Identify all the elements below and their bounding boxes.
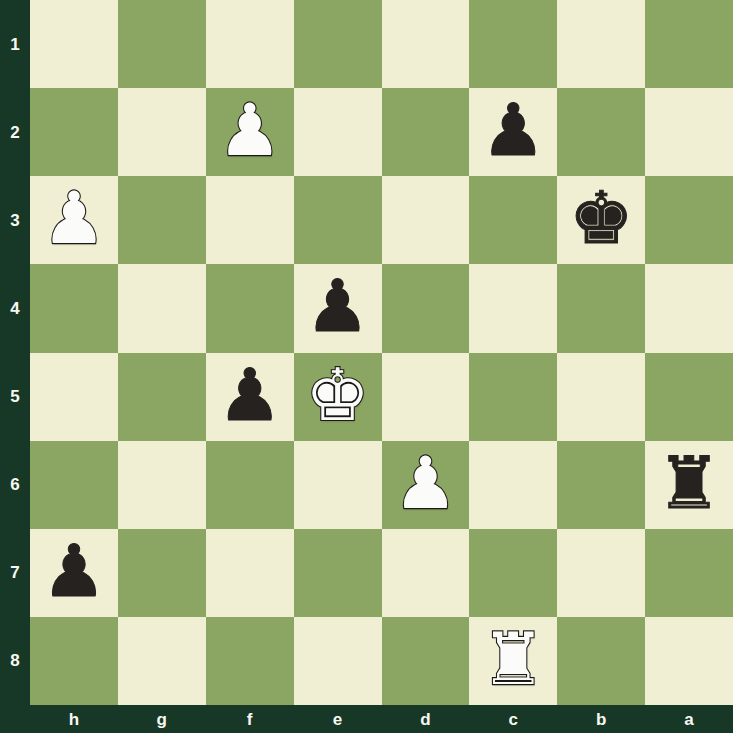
piece-white-pawn-h3[interactable]: ♟	[42, 182, 107, 254]
square-d3[interactable]	[382, 176, 470, 264]
file-label-c: c	[469, 705, 557, 733]
square-c6[interactable]	[469, 441, 557, 529]
square-b3[interactable]: ♚	[557, 176, 645, 264]
square-b2[interactable]	[557, 88, 645, 176]
square-e6[interactable]	[294, 441, 382, 529]
square-g7[interactable]	[118, 529, 206, 617]
square-a5[interactable]	[645, 353, 733, 441]
square-c7[interactable]	[469, 529, 557, 617]
square-b7[interactable]	[557, 529, 645, 617]
square-b5[interactable]	[557, 353, 645, 441]
piece-white-rook-c8[interactable]: ♜	[481, 623, 546, 695]
piece-white-pawn-f2[interactable]: ♟	[217, 94, 282, 166]
square-g5[interactable]	[118, 353, 206, 441]
square-d5[interactable]	[382, 353, 470, 441]
piece-black-rook-a6[interactable]: ♜	[657, 447, 722, 519]
square-b4[interactable]	[557, 264, 645, 352]
square-g8[interactable]	[118, 617, 206, 705]
piece-white-king-e5[interactable]: ♚	[305, 359, 370, 431]
file-label-a: a	[645, 705, 733, 733]
square-g1[interactable]	[118, 0, 206, 88]
square-g3[interactable]	[118, 176, 206, 264]
square-h7[interactable]: ♟	[30, 529, 118, 617]
square-h1[interactable]	[30, 0, 118, 88]
square-f4[interactable]	[206, 264, 294, 352]
square-f6[interactable]	[206, 441, 294, 529]
square-b6[interactable]	[557, 441, 645, 529]
file-label-h: h	[30, 705, 118, 733]
square-h3[interactable]: ♟	[30, 176, 118, 264]
rank-label-2: 2	[0, 88, 30, 176]
chess-board[interactable]: ♟♟♟♚♟♟♚♟♜♟♜	[30, 0, 733, 705]
rank-label-7: 7	[0, 529, 30, 617]
square-e3[interactable]	[294, 176, 382, 264]
square-a2[interactable]	[645, 88, 733, 176]
square-d2[interactable]	[382, 88, 470, 176]
rank-labels: 12345678	[0, 0, 30, 705]
square-g2[interactable]	[118, 88, 206, 176]
rank-label-3: 3	[0, 176, 30, 264]
piece-black-pawn-c2[interactable]: ♟	[481, 94, 546, 166]
square-a6[interactable]: ♜	[645, 441, 733, 529]
square-a4[interactable]	[645, 264, 733, 352]
chess-diagram: 12345678 ♟♟♟♚♟♟♚♟♜♟♜ hgfedcba	[0, 0, 733, 733]
rank-label-1: 1	[0, 0, 30, 88]
rank-label-4: 4	[0, 264, 30, 352]
square-e1[interactable]	[294, 0, 382, 88]
square-c1[interactable]	[469, 0, 557, 88]
square-e4[interactable]: ♟	[294, 264, 382, 352]
file-labels: hgfedcba	[30, 705, 733, 733]
square-e8[interactable]	[294, 617, 382, 705]
square-d6[interactable]: ♟	[382, 441, 470, 529]
square-e7[interactable]	[294, 529, 382, 617]
file-label-e: e	[294, 705, 382, 733]
square-a8[interactable]	[645, 617, 733, 705]
square-b8[interactable]	[557, 617, 645, 705]
square-d1[interactable]	[382, 0, 470, 88]
square-a3[interactable]	[645, 176, 733, 264]
square-g4[interactable]	[118, 264, 206, 352]
square-h2[interactable]	[30, 88, 118, 176]
square-f7[interactable]	[206, 529, 294, 617]
square-h5[interactable]	[30, 353, 118, 441]
square-g6[interactable]	[118, 441, 206, 529]
square-f2[interactable]: ♟	[206, 88, 294, 176]
rank-label-6: 6	[0, 441, 30, 529]
rank-label-8: 8	[0, 617, 30, 705]
square-d8[interactable]	[382, 617, 470, 705]
square-e2[interactable]	[294, 88, 382, 176]
piece-black-pawn-h7[interactable]: ♟	[42, 535, 107, 607]
square-f3[interactable]	[206, 176, 294, 264]
square-h4[interactable]	[30, 264, 118, 352]
file-label-f: f	[206, 705, 294, 733]
square-f5[interactable]: ♟	[206, 353, 294, 441]
square-b1[interactable]	[557, 0, 645, 88]
square-f8[interactable]	[206, 617, 294, 705]
square-c5[interactable]	[469, 353, 557, 441]
square-h6[interactable]	[30, 441, 118, 529]
square-c8[interactable]: ♜	[469, 617, 557, 705]
square-a1[interactable]	[645, 0, 733, 88]
square-d4[interactable]	[382, 264, 470, 352]
file-label-b: b	[557, 705, 645, 733]
square-c3[interactable]	[469, 176, 557, 264]
file-label-d: d	[382, 705, 470, 733]
square-c4[interactable]	[469, 264, 557, 352]
square-e5[interactable]: ♚	[294, 353, 382, 441]
square-a7[interactable]	[645, 529, 733, 617]
square-c2[interactable]: ♟	[469, 88, 557, 176]
rank-label-5: 5	[0, 353, 30, 441]
piece-black-pawn-f5[interactable]: ♟	[217, 359, 282, 431]
square-f1[interactable]	[206, 0, 294, 88]
piece-black-king-b3[interactable]: ♚	[569, 182, 634, 254]
square-d7[interactable]	[382, 529, 470, 617]
piece-black-pawn-e4[interactable]: ♟	[305, 270, 370, 342]
file-label-g: g	[118, 705, 206, 733]
square-h8[interactable]	[30, 617, 118, 705]
piece-white-pawn-d6[interactable]: ♟	[393, 447, 458, 519]
